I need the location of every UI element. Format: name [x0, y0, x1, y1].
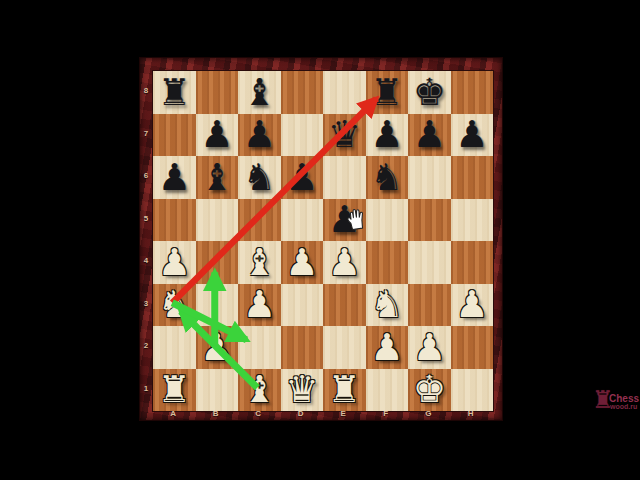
square-b6[interactable]: ♝: [196, 156, 239, 199]
square-h1[interactable]: [451, 369, 494, 412]
square-b5[interactable]: [196, 199, 239, 242]
square-e1[interactable]: ♜: [323, 369, 366, 412]
rank-label-8: 8: [140, 86, 152, 95]
white-pawn-a4[interactable]: ♟: [158, 244, 191, 281]
white-pawn-d4[interactable]: ♟: [285, 244, 318, 281]
square-d3[interactable]: [281, 284, 324, 327]
square-h7[interactable]: ♟: [451, 114, 494, 157]
square-g7[interactable]: ♟: [408, 114, 451, 157]
rank-label-4: 4: [140, 256, 152, 265]
square-h3[interactable]: ♟: [451, 284, 494, 327]
rank-label-1: 1: [140, 384, 152, 393]
chesswood-logo: ♜ Chess wood.ru: [592, 387, 640, 421]
black-pawn-e5[interactable]: ♟: [328, 201, 361, 238]
black-pawn-h7[interactable]: ♟: [455, 116, 488, 153]
white-rook-a1[interactable]: ♜: [158, 371, 191, 408]
square-e2[interactable]: [323, 326, 366, 369]
square-a1[interactable]: ♜: [153, 369, 196, 412]
white-rook-e1[interactable]: ♜: [328, 371, 361, 408]
rank-label-5: 5: [140, 214, 152, 223]
square-d2[interactable]: [281, 326, 324, 369]
white-knight-a3[interactable]: ♞: [158, 286, 191, 323]
square-c2[interactable]: [238, 326, 281, 369]
square-d7[interactable]: [281, 114, 324, 157]
square-f2[interactable]: ♟: [366, 326, 409, 369]
black-pawn-g7[interactable]: ♟: [413, 116, 446, 153]
file-label-a: A: [152, 409, 195, 419]
black-pawn-a6[interactable]: ♟: [158, 159, 191, 196]
square-a6[interactable]: ♟: [153, 156, 196, 199]
square-d4[interactable]: ♟: [281, 241, 324, 284]
square-g8[interactable]: ♚: [408, 71, 451, 114]
square-d8[interactable]: [281, 71, 324, 114]
square-b8[interactable]: [196, 71, 239, 114]
white-pawn-c3[interactable]: ♟: [243, 286, 276, 323]
square-g4[interactable]: [408, 241, 451, 284]
square-a5[interactable]: [153, 199, 196, 242]
square-b4[interactable]: [196, 241, 239, 284]
white-pawn-e4[interactable]: ♟: [328, 244, 361, 281]
black-queen-e7[interactable]: ♛: [328, 116, 361, 153]
video-frame: ♜♝♜♚♟♟♛♟♟♟♟♝♞♟♞♟♟♝♟♟♞♟♞♟♟♟♟♜♝♛♜♚ 8765432…: [0, 0, 640, 480]
square-e6[interactable]: [323, 156, 366, 199]
square-f1[interactable]: [366, 369, 409, 412]
square-c7[interactable]: ♟: [238, 114, 281, 157]
white-knight-f3[interactable]: ♞: [370, 286, 403, 323]
black-knight-c6[interactable]: ♞: [243, 159, 276, 196]
white-bishop-c1[interactable]: ♝: [243, 371, 276, 408]
square-f7[interactable]: ♟: [366, 114, 409, 157]
square-c4[interactable]: ♝: [238, 241, 281, 284]
black-rook-f8[interactable]: ♜: [370, 74, 403, 111]
square-a7[interactable]: [153, 114, 196, 157]
square-c5[interactable]: [238, 199, 281, 242]
white-king-g1[interactable]: ♚: [413, 371, 446, 408]
square-b1[interactable]: [196, 369, 239, 412]
file-label-f: F: [365, 409, 408, 419]
chess-board-frame: ♜♝♜♚♟♟♛♟♟♟♟♝♞♟♞♟♟♝♟♟♞♟♞♟♟♟♟♜♝♛♜♚ 8765432…: [139, 57, 503, 421]
square-c1[interactable]: ♝: [238, 369, 281, 412]
rank-label-7: 7: [140, 129, 152, 138]
square-f3[interactable]: ♞: [366, 284, 409, 327]
file-label-d: D: [280, 409, 323, 419]
white-pawn-g2[interactable]: ♟: [413, 329, 446, 366]
square-f8[interactable]: ♜: [366, 71, 409, 114]
file-label-c: C: [237, 409, 280, 419]
square-e8[interactable]: [323, 71, 366, 114]
square-h2[interactable]: [451, 326, 494, 369]
black-pawn-d6[interactable]: ♟: [285, 159, 318, 196]
square-h8[interactable]: [451, 71, 494, 114]
white-pawn-h3[interactable]: ♟: [455, 286, 488, 323]
square-a8[interactable]: ♜: [153, 71, 196, 114]
white-pawn-f2[interactable]: ♟: [370, 329, 403, 366]
white-pawn-b2[interactable]: ♟: [200, 329, 233, 366]
square-f6[interactable]: ♞: [366, 156, 409, 199]
square-g3[interactable]: [408, 284, 451, 327]
square-a3[interactable]: ♞: [153, 284, 196, 327]
square-e3[interactable]: [323, 284, 366, 327]
square-e7[interactable]: ♛: [323, 114, 366, 157]
square-a2[interactable]: [153, 326, 196, 369]
square-g6[interactable]: [408, 156, 451, 199]
black-pawn-b7[interactable]: ♟: [200, 116, 233, 153]
file-label-g: G: [407, 409, 450, 419]
black-bishop-b6[interactable]: ♝: [200, 159, 233, 196]
square-b3[interactable]: [196, 284, 239, 327]
logo-subtitle: wood.ru: [610, 403, 637, 410]
black-rook-a8[interactable]: ♜: [158, 74, 191, 111]
file-label-h: H: [450, 409, 493, 419]
file-label-b: B: [195, 409, 238, 419]
rank-label-3: 3: [140, 299, 152, 308]
black-pawn-f7[interactable]: ♟: [370, 116, 403, 153]
file-label-e: E: [322, 409, 365, 419]
square-h5[interactable]: [451, 199, 494, 242]
square-g5[interactable]: [408, 199, 451, 242]
square-g1[interactable]: ♚: [408, 369, 451, 412]
square-f4[interactable]: [366, 241, 409, 284]
square-d1[interactable]: ♛: [281, 369, 324, 412]
black-king-g8[interactable]: ♚: [413, 74, 446, 111]
square-h4[interactable]: [451, 241, 494, 284]
square-b2[interactable]: ♟: [196, 326, 239, 369]
square-g2[interactable]: ♟: [408, 326, 451, 369]
white-queen-d1[interactable]: ♛: [285, 371, 318, 408]
square-d5[interactable]: [281, 199, 324, 242]
rank-label-2: 2: [140, 341, 152, 350]
square-c8[interactable]: ♝: [238, 71, 281, 114]
square-c3[interactable]: ♟: [238, 284, 281, 327]
square-d6[interactable]: ♟: [281, 156, 324, 199]
square-h6[interactable]: [451, 156, 494, 199]
black-bishop-c8[interactable]: ♝: [243, 74, 276, 111]
black-knight-f6[interactable]: ♞: [370, 159, 403, 196]
square-b7[interactable]: ♟: [196, 114, 239, 157]
square-c6[interactable]: ♞: [238, 156, 281, 199]
black-pawn-c7[interactable]: ♟: [243, 116, 276, 153]
rank-label-6: 6: [140, 171, 152, 180]
square-e4[interactable]: ♟: [323, 241, 366, 284]
square-f5[interactable]: [366, 199, 409, 242]
square-e5[interactable]: ♟: [323, 199, 366, 242]
chess-board[interactable]: ♜♝♜♚♟♟♛♟♟♟♟♝♞♟♞♟♟♝♟♟♞♟♞♟♟♟♟♜♝♛♜♚: [152, 70, 494, 412]
square-a4[interactable]: ♟: [153, 241, 196, 284]
white-bishop-c4[interactable]: ♝: [243, 244, 276, 281]
